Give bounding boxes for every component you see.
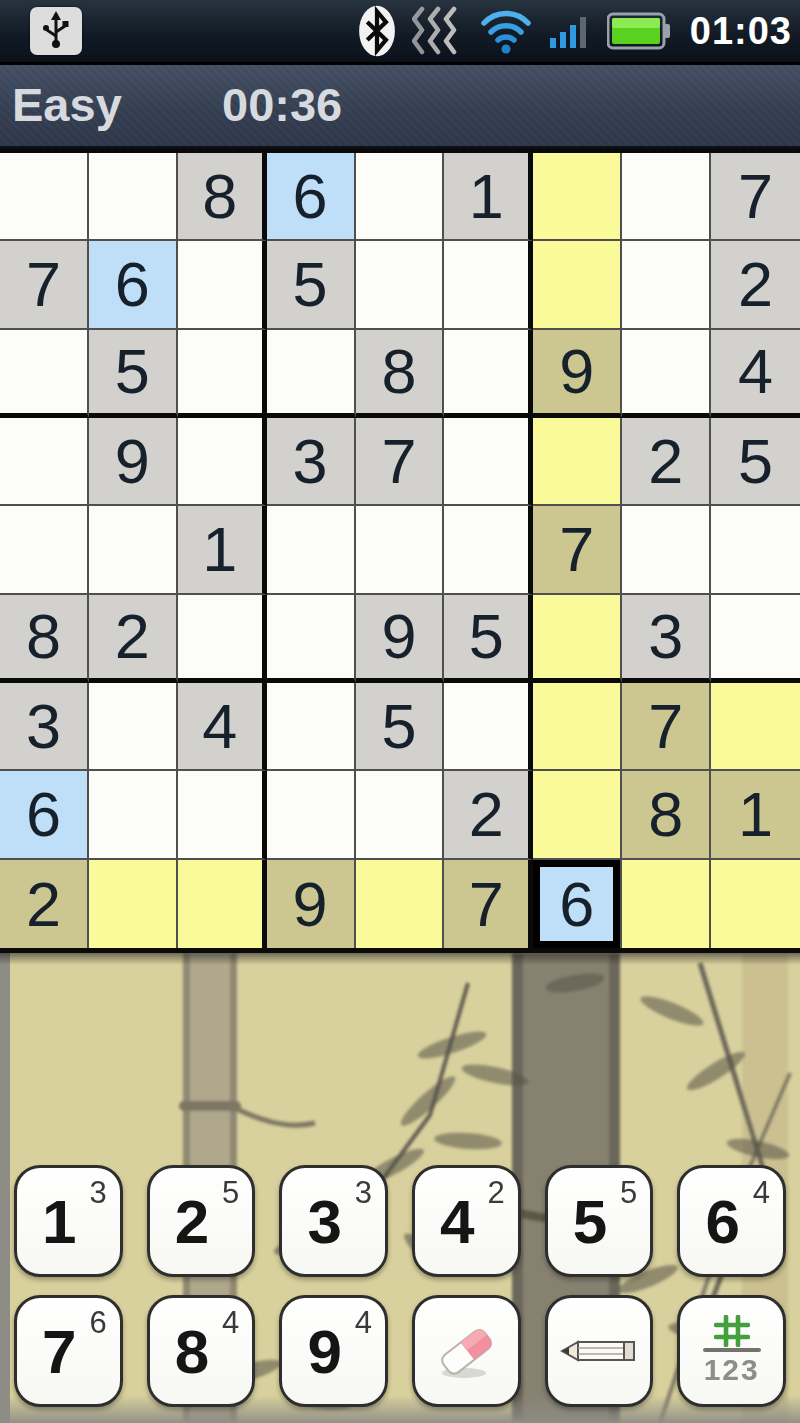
cell-r4c7[interactable] — [533, 418, 622, 506]
cell-r5c8[interactable] — [622, 506, 711, 594]
cell-r8c1[interactable]: 6 — [0, 771, 89, 859]
cell-r7c8[interactable]: 7 — [622, 683, 711, 771]
numpad-digit: 3 — [307, 1186, 341, 1257]
numpad-digit: 6 — [705, 1186, 739, 1257]
cell-r8c9[interactable]: 1 — [711, 771, 800, 859]
cell-r5c7[interactable]: 7 — [533, 506, 622, 594]
cell-r7c6[interactable] — [444, 683, 533, 771]
numpad-count: 6 — [89, 1305, 106, 1341]
cell-r9c3[interactable] — [178, 860, 267, 948]
game-timer: 00:36 — [222, 65, 342, 145]
cell-r5c4[interactable] — [267, 506, 356, 594]
eraser-icon — [430, 1315, 502, 1387]
cell-r6c8[interactable]: 3 — [622, 595, 711, 683]
cell-r3c8[interactable] — [622, 330, 711, 418]
cell-r1c1[interactable] — [0, 153, 89, 241]
cell-r5c6[interactable] — [444, 506, 533, 594]
numpad-digit: 4 — [440, 1186, 474, 1257]
cell-r8c4[interactable] — [267, 771, 356, 859]
cell-r8c6[interactable]: 2 — [444, 771, 533, 859]
numpad-digit: 1 — [42, 1186, 76, 1257]
cell-r7c4[interactable] — [267, 683, 356, 771]
cell-r1c9[interactable]: 7 — [711, 153, 800, 241]
numpad-row-bottom: 768494 — [14, 1295, 786, 1407]
sudoku-grid: 861776525894937251782953345762812976 — [0, 148, 800, 953]
cell-r3c5[interactable]: 8 — [356, 330, 445, 418]
cell-r4c6[interactable] — [444, 418, 533, 506]
cell-r1c7[interactable] — [533, 153, 622, 241]
numpad-digit: 7 — [42, 1316, 76, 1387]
cell-r6c2[interactable]: 2 — [89, 595, 178, 683]
cell-r3c6[interactable] — [444, 330, 533, 418]
cell-r9c9[interactable] — [711, 860, 800, 948]
numpad-button-7[interactable]: 76 — [14, 1295, 123, 1407]
cell-r2c8[interactable] — [622, 241, 711, 329]
cell-r3c4[interactable] — [267, 330, 356, 418]
eraser-button[interactable] — [412, 1295, 521, 1407]
mode-divider — [703, 1348, 761, 1352]
cell-r3c7[interactable]: 9 — [533, 330, 622, 418]
cell-r1c4[interactable]: 6 — [267, 153, 356, 241]
battery-icon — [607, 11, 671, 51]
cell-r4c9[interactable]: 5 — [711, 418, 800, 506]
cell-r9c5[interactable] — [356, 860, 445, 948]
bluetooth-icon — [357, 5, 397, 57]
cell-r5c3[interactable]: 1 — [178, 506, 267, 594]
phone-screen: 01:03 Easy 00:36 86177652589493725178295… — [0, 0, 800, 1423]
numpad-count: 4 — [753, 1175, 770, 1211]
cell-r1c3[interactable]: 8 — [178, 153, 267, 241]
cell-r2c3[interactable] — [178, 241, 267, 329]
cell-r8c2[interactable] — [89, 771, 178, 859]
cell-r3c3[interactable] — [178, 330, 267, 418]
numpad-count: 5 — [222, 1175, 239, 1211]
numpad-count: 3 — [89, 1175, 106, 1211]
cell-r2c4[interactable]: 5 — [267, 241, 356, 329]
cell-r3c9[interactable]: 4 — [711, 330, 800, 418]
cell-r6c5[interactable]: 9 — [356, 595, 445, 683]
cell-r6c9[interactable] — [711, 595, 800, 683]
cell-r7c1[interactable]: 3 — [0, 683, 89, 771]
numpad-count: 5 — [620, 1175, 637, 1211]
cell-r5c1[interactable] — [0, 506, 89, 594]
cell-r6c3[interactable] — [178, 595, 267, 683]
cell-r9c8[interactable] — [622, 860, 711, 948]
cell-r4c4[interactable]: 3 — [267, 418, 356, 506]
cell-r7c7[interactable] — [533, 683, 622, 771]
cell-r9c6[interactable]: 7 — [444, 860, 533, 948]
numpad-digit: 9 — [307, 1316, 341, 1387]
cell-r2c5[interactable] — [356, 241, 445, 329]
numpad-button-9[interactable]: 94 — [279, 1295, 388, 1407]
status-clock: 01:03 — [686, 10, 792, 53]
cell-r4c8[interactable]: 2 — [622, 418, 711, 506]
pencil-button[interactable] — [545, 1295, 654, 1407]
cell-r1c5[interactable] — [356, 153, 445, 241]
numpad-count: 4 — [222, 1305, 239, 1341]
cell-r2c6[interactable] — [444, 241, 533, 329]
lower-panel: 132533425564 768494 — [0, 953, 800, 1423]
cell-r8c3[interactable] — [178, 771, 267, 859]
numpad-button-1[interactable]: 13 — [14, 1165, 123, 1277]
cell-r3c2[interactable]: 5 — [89, 330, 178, 418]
cell-r8c5[interactable] — [356, 771, 445, 859]
numpad-row-top: 132533425564 — [14, 1165, 786, 1277]
vibrate-icon — [412, 6, 464, 56]
cell-r2c2[interactable]: 6 — [89, 241, 178, 329]
cell-r3c1[interactable] — [0, 330, 89, 418]
cell-r9c2[interactable] — [89, 860, 178, 948]
cell-r1c6[interactable]: 1 — [444, 153, 533, 241]
numpad-button-5[interactable]: 55 — [545, 1165, 654, 1277]
numpad-button-3[interactable]: 33 — [279, 1165, 388, 1277]
cell-r7c2[interactable] — [89, 683, 178, 771]
cell-r5c2[interactable] — [89, 506, 178, 594]
cell-r7c3[interactable]: 4 — [178, 683, 267, 771]
cell-r9c1[interactable]: 2 — [0, 860, 89, 948]
cell-r2c1[interactable]: 7 — [0, 241, 89, 329]
numpad-digit: 2 — [175, 1186, 209, 1257]
numpad-button-6[interactable]: 64 — [677, 1165, 786, 1277]
numpad-button-8[interactable]: 84 — [147, 1295, 256, 1407]
cell-r1c8[interactable] — [622, 153, 711, 241]
number-grid-icon — [714, 1315, 750, 1347]
cell-r8c7[interactable] — [533, 771, 622, 859]
cell-r6c6[interactable]: 5 — [444, 595, 533, 683]
numpad-digit: 5 — [573, 1186, 607, 1257]
cell-r9c7[interactable]: 6 — [533, 860, 622, 948]
cell-r6c1[interactable]: 8 — [0, 595, 89, 683]
difficulty-label: Easy — [12, 65, 122, 145]
cell-r4c1[interactable] — [0, 418, 89, 506]
numpad-button-2[interactable]: 25 — [147, 1165, 256, 1277]
signal-icon — [548, 11, 592, 51]
cell-r8c8[interactable]: 8 — [622, 771, 711, 859]
cell-r6c4[interactable] — [267, 595, 356, 683]
cell-r2c9[interactable]: 2 — [711, 241, 800, 329]
cell-r7c5[interactable]: 5 — [356, 683, 445, 771]
pencil-icon — [560, 1338, 638, 1364]
numpad-count: 4 — [355, 1305, 372, 1341]
status-bar: 01:03 — [0, 0, 800, 65]
cell-r9c4[interactable]: 9 — [267, 860, 356, 948]
cell-r5c9[interactable] — [711, 506, 800, 594]
numpad-button-4[interactable]: 42 — [412, 1165, 521, 1277]
title-bar: Easy 00:36 — [0, 65, 800, 148]
cell-r4c2[interactable]: 9 — [89, 418, 178, 506]
cell-r7c9[interactable] — [711, 683, 800, 771]
cell-r5c5[interactable] — [356, 506, 445, 594]
input-mode-button[interactable]: 123 — [677, 1295, 786, 1407]
cell-r1c2[interactable] — [89, 153, 178, 241]
cell-r6c7[interactable] — [533, 595, 622, 683]
cell-r4c3[interactable] — [178, 418, 267, 506]
status-icons: 01:03 — [357, 5, 792, 57]
numpad-digit: 8 — [175, 1316, 209, 1387]
numpad-count: 3 — [355, 1175, 372, 1211]
wifi-icon — [479, 8, 533, 54]
number-pad: 132533425564 768494 — [14, 1165, 786, 1407]
cell-r2c7[interactable] — [533, 241, 622, 329]
usb-icon — [30, 7, 82, 55]
numpad-count: 2 — [487, 1175, 504, 1211]
cell-r4c5[interactable]: 7 — [356, 418, 445, 506]
mode-label: 123 — [704, 1353, 760, 1387]
